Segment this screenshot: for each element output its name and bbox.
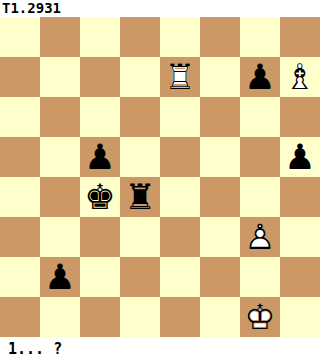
piece-fill: ♟ xyxy=(80,137,120,177)
square-c3[interactable] xyxy=(80,217,120,257)
square-g5[interactable] xyxy=(240,137,280,177)
square-e6[interactable] xyxy=(160,97,200,137)
square-f1[interactable] xyxy=(200,297,240,337)
piece-fill: ♚ xyxy=(240,297,280,337)
square-g8[interactable] xyxy=(240,17,280,57)
square-a2[interactable] xyxy=(0,257,40,297)
square-c7[interactable] xyxy=(80,57,120,97)
square-a5[interactable] xyxy=(0,137,40,177)
square-g1[interactable]: ♚♔ xyxy=(240,297,280,337)
black-pawn-c5: ♟ xyxy=(80,137,120,177)
square-c2[interactable] xyxy=(80,257,120,297)
square-d7[interactable] xyxy=(120,57,160,97)
square-h4[interactable] xyxy=(280,177,320,217)
square-f6[interactable] xyxy=(200,97,240,137)
piece-fill: ♟ xyxy=(240,57,280,97)
piece-fill: ♜ xyxy=(120,177,160,217)
piece-outline: ♔ xyxy=(240,297,280,337)
square-e8[interactable] xyxy=(160,17,200,57)
square-a8[interactable] xyxy=(0,17,40,57)
white-bishop-h7: ♝♗ xyxy=(280,57,320,97)
piece-outline: ♙ xyxy=(240,217,280,257)
square-f5[interactable] xyxy=(200,137,240,177)
piece-outline: ♗ xyxy=(280,57,320,97)
square-g2[interactable] xyxy=(240,257,280,297)
square-a7[interactable] xyxy=(0,57,40,97)
piece-fill: ♟ xyxy=(40,257,80,297)
square-b3[interactable] xyxy=(40,217,80,257)
square-a1[interactable] xyxy=(0,297,40,337)
square-d1[interactable] xyxy=(120,297,160,337)
square-d3[interactable] xyxy=(120,217,160,257)
square-d5[interactable] xyxy=(120,137,160,177)
square-e7[interactable]: ♜♖ xyxy=(160,57,200,97)
black-rook-d4: ♜ xyxy=(120,177,160,217)
square-f3[interactable] xyxy=(200,217,240,257)
square-f7[interactable] xyxy=(200,57,240,97)
square-e2[interactable] xyxy=(160,257,200,297)
piece-fill: ♜ xyxy=(160,57,200,97)
square-a6[interactable] xyxy=(0,97,40,137)
piece-fill: ♚ xyxy=(80,177,120,217)
piece-fill: ♝ xyxy=(280,57,320,97)
square-f8[interactable] xyxy=(200,17,240,57)
square-b4[interactable] xyxy=(40,177,80,217)
square-c4[interactable]: ♚ xyxy=(80,177,120,217)
square-b7[interactable] xyxy=(40,57,80,97)
square-g3[interactable]: ♟♙ xyxy=(240,217,280,257)
square-h1[interactable] xyxy=(280,297,320,337)
square-h6[interactable] xyxy=(280,97,320,137)
chess-board: ♜♖♟♝♗♟♟♚♜♟♙♟♚♔ xyxy=(0,17,320,337)
white-king-g1: ♚♔ xyxy=(240,297,280,337)
move-prompt: 1... ? xyxy=(0,337,320,360)
square-b1[interactable] xyxy=(40,297,80,337)
square-h5[interactable]: ♟ xyxy=(280,137,320,177)
piece-outline: ♖ xyxy=(160,57,200,97)
square-f2[interactable] xyxy=(200,257,240,297)
square-c1[interactable] xyxy=(80,297,120,337)
puzzle-id: T1.2931 xyxy=(0,0,320,17)
square-f4[interactable] xyxy=(200,177,240,217)
square-d8[interactable] xyxy=(120,17,160,57)
square-h7[interactable]: ♝♗ xyxy=(280,57,320,97)
white-rook-e7: ♜♖ xyxy=(160,57,200,97)
black-pawn-g7: ♟ xyxy=(240,57,280,97)
square-g4[interactable] xyxy=(240,177,280,217)
square-a3[interactable] xyxy=(0,217,40,257)
square-d4[interactable]: ♜ xyxy=(120,177,160,217)
square-e1[interactable] xyxy=(160,297,200,337)
square-g6[interactable] xyxy=(240,97,280,137)
square-b5[interactable] xyxy=(40,137,80,177)
black-king-c4: ♚ xyxy=(80,177,120,217)
square-b6[interactable] xyxy=(40,97,80,137)
square-a4[interactable] xyxy=(0,177,40,217)
piece-fill: ♟ xyxy=(280,137,320,177)
white-pawn-g3: ♟♙ xyxy=(240,217,280,257)
square-d6[interactable] xyxy=(120,97,160,137)
square-b8[interactable] xyxy=(40,17,80,57)
square-c8[interactable] xyxy=(80,17,120,57)
square-g7[interactable]: ♟ xyxy=(240,57,280,97)
square-e5[interactable] xyxy=(160,137,200,177)
square-c6[interactable] xyxy=(80,97,120,137)
black-pawn-b2: ♟ xyxy=(40,257,80,297)
square-e3[interactable] xyxy=(160,217,200,257)
square-h8[interactable] xyxy=(280,17,320,57)
square-c5[interactable]: ♟ xyxy=(80,137,120,177)
square-b2[interactable]: ♟ xyxy=(40,257,80,297)
piece-fill: ♟ xyxy=(240,217,280,257)
square-d2[interactable] xyxy=(120,257,160,297)
square-h2[interactable] xyxy=(280,257,320,297)
black-pawn-h5: ♟ xyxy=(280,137,320,177)
square-e4[interactable] xyxy=(160,177,200,217)
square-h3[interactable] xyxy=(280,217,320,257)
